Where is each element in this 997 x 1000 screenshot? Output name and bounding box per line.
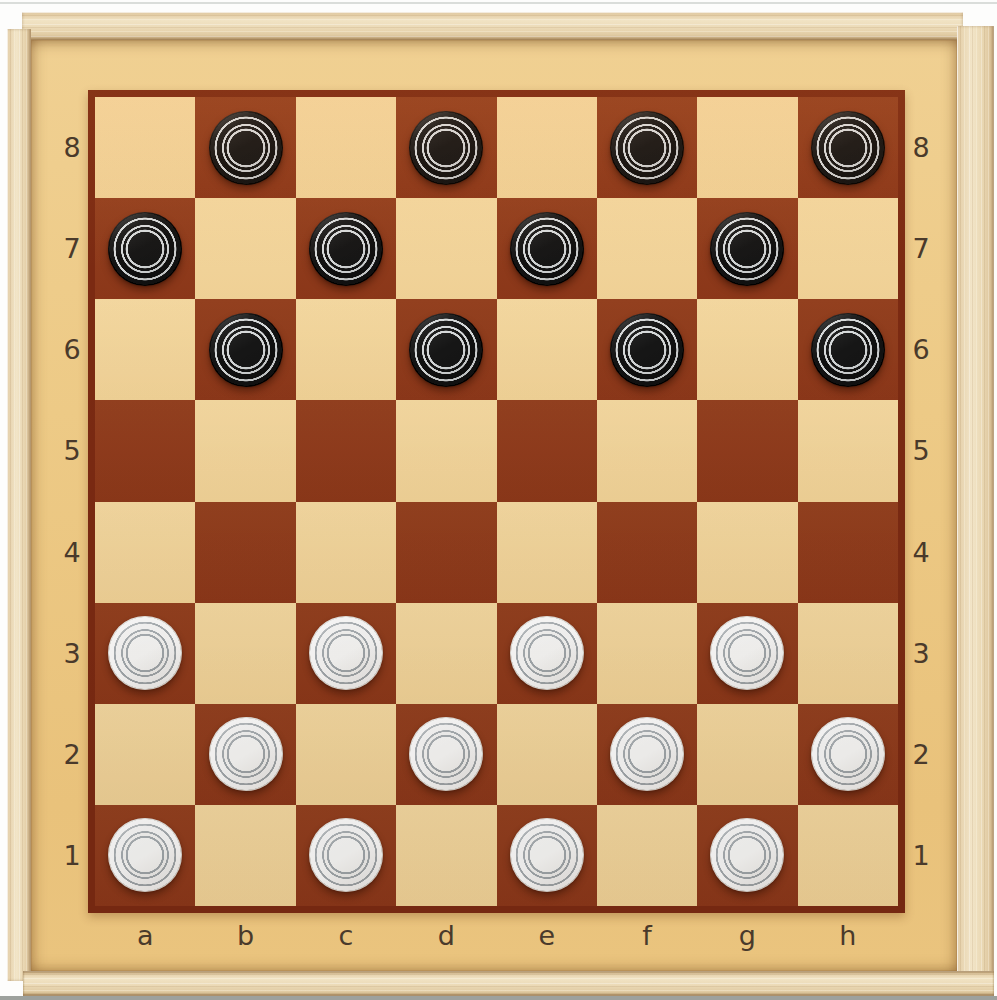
square-g4[interactable] [697, 502, 797, 603]
file-label-b: b [195, 917, 295, 953]
square-g3[interactable] [697, 603, 797, 704]
board-panel: abcdefgh abcdefgh 87654321 87654321 [31, 40, 957, 971]
square-b6[interactable] [195, 299, 295, 400]
checker-black-h8[interactable] [811, 111, 885, 185]
square-h5[interactable] [798, 400, 898, 501]
square-d1[interactable] [396, 805, 496, 906]
square-a8[interactable] [95, 97, 195, 198]
checker-white-c3[interactable] [309, 616, 383, 690]
square-d5[interactable] [396, 400, 496, 501]
square-f3[interactable] [597, 603, 697, 704]
wall-seam-bottom [0, 996, 997, 1000]
square-e6[interactable] [497, 299, 597, 400]
file-label-f: f [597, 917, 697, 953]
square-h7[interactable] [798, 198, 898, 299]
checker-white-e3[interactable] [510, 616, 584, 690]
square-b3[interactable] [195, 603, 295, 704]
checker-white-a3[interactable] [108, 616, 182, 690]
square-e7[interactable] [497, 198, 597, 299]
checker-black-c7[interactable] [309, 212, 383, 286]
square-h4[interactable] [798, 502, 898, 603]
square-g5[interactable] [697, 400, 797, 501]
square-f2[interactable] [597, 704, 697, 805]
square-a5[interactable] [95, 400, 195, 501]
wood-frame-top-rail [22, 12, 963, 40]
square-a6[interactable] [95, 299, 195, 400]
checker-white-e1[interactable] [510, 818, 584, 892]
square-a4[interactable] [95, 502, 195, 603]
square-h3[interactable] [798, 603, 898, 704]
square-c2[interactable] [296, 704, 396, 805]
square-d6[interactable] [396, 299, 496, 400]
file-label-e: e [497, 917, 597, 953]
checker-white-g3[interactable] [710, 616, 784, 690]
checker-black-e7[interactable] [510, 212, 584, 286]
file-label-h: h [798, 917, 898, 953]
square-f6[interactable] [597, 299, 697, 400]
square-b2[interactable] [195, 704, 295, 805]
checker-black-b6[interactable] [209, 313, 283, 387]
square-c1[interactable] [296, 805, 396, 906]
square-f4[interactable] [597, 502, 697, 603]
square-a3[interactable] [95, 603, 195, 704]
square-a1[interactable] [95, 805, 195, 906]
square-c8[interactable] [296, 97, 396, 198]
checker-white-f2[interactable] [610, 717, 684, 791]
checker-black-f8[interactable] [610, 111, 684, 185]
wood-frame-right-stile [957, 26, 994, 989]
square-b5[interactable] [195, 400, 295, 501]
square-g2[interactable] [697, 704, 797, 805]
square-g1[interactable] [697, 805, 797, 906]
checkers-board [88, 90, 905, 913]
square-h6[interactable] [798, 299, 898, 400]
square-d7[interactable] [396, 198, 496, 299]
square-e2[interactable] [497, 704, 597, 805]
square-a7[interactable] [95, 198, 195, 299]
square-c6[interactable] [296, 299, 396, 400]
square-d4[interactable] [396, 502, 496, 603]
square-e3[interactable] [497, 603, 597, 704]
square-f7[interactable] [597, 198, 697, 299]
square-f8[interactable] [597, 97, 697, 198]
square-b1[interactable] [195, 805, 295, 906]
checker-white-c1[interactable] [309, 818, 383, 892]
square-e5[interactable] [497, 400, 597, 501]
checker-black-d6[interactable] [409, 313, 483, 387]
wall-seam-top [0, 2, 997, 4]
square-g8[interactable] [697, 97, 797, 198]
file-label-a: a [95, 917, 195, 953]
square-c4[interactable] [296, 502, 396, 603]
square-d8[interactable] [396, 97, 496, 198]
square-e8[interactable] [497, 97, 597, 198]
page: abcdefgh abcdefgh 87654321 87654321 [0, 0, 997, 1000]
checker-black-h6[interactable] [811, 313, 885, 387]
checker-black-b8[interactable] [209, 111, 283, 185]
checker-white-g1[interactable] [710, 818, 784, 892]
square-d3[interactable] [396, 603, 496, 704]
file-label-d: d [396, 917, 496, 953]
checker-white-b2[interactable] [209, 717, 283, 791]
checker-black-a7[interactable] [108, 212, 182, 286]
square-e4[interactable] [497, 502, 597, 603]
file-label-g: g [697, 917, 797, 953]
square-f1[interactable] [597, 805, 697, 906]
square-b4[interactable] [195, 502, 295, 603]
square-b7[interactable] [195, 198, 295, 299]
checker-white-d2[interactable] [409, 717, 483, 791]
square-a2[interactable] [95, 704, 195, 805]
checker-black-f6[interactable] [610, 313, 684, 387]
square-e1[interactable] [497, 805, 597, 906]
square-b8[interactable] [195, 97, 295, 198]
checker-white-a1[interactable] [108, 818, 182, 892]
file-labels-bottom: abcdefgh [95, 917, 898, 953]
square-d2[interactable] [396, 704, 496, 805]
square-f5[interactable] [597, 400, 697, 501]
square-c5[interactable] [296, 400, 396, 501]
square-c7[interactable] [296, 198, 396, 299]
square-h1[interactable] [798, 805, 898, 906]
wood-frame-bottom-rail [23, 971, 994, 996]
square-g6[interactable] [697, 299, 797, 400]
square-c3[interactable] [296, 603, 396, 704]
file-label-c: c [296, 917, 396, 953]
square-h8[interactable] [798, 97, 898, 198]
square-h2[interactable] [798, 704, 898, 805]
square-g7[interactable] [697, 198, 797, 299]
checker-black-g7[interactable] [710, 212, 784, 286]
wood-frame-left-stile [7, 29, 31, 981]
checker-white-h2[interactable] [811, 717, 885, 791]
checker-black-d8[interactable] [409, 111, 483, 185]
